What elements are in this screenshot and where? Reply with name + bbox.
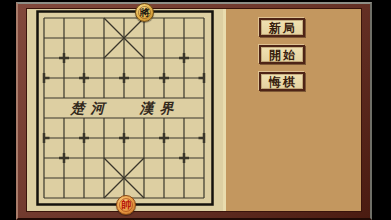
black-general-glyph: 將	[140, 8, 150, 18]
letterbox-left	[0, 0, 16, 220]
red-general-piece[interactable]: 帥	[116, 195, 136, 215]
river-inscription: 楚 河 漢 界	[70, 101, 175, 116]
board-grid: 楚 河 漢 界	[36, 10, 214, 206]
start-button[interactable]: 開始	[259, 45, 305, 64]
river-char-he: 河	[90, 101, 108, 116]
xiangqi-board[interactable]: 楚 河 漢 界	[36, 10, 214, 206]
grid-lines	[44, 18, 204, 198]
game-window: 楚 河 漢 界 新局 開始 悔棋	[16, 2, 372, 220]
control-panel	[223, 9, 361, 211]
black-general-piece[interactable]: 將	[135, 3, 154, 22]
letterbox-right	[372, 0, 391, 220]
window-content: 楚 河 漢 界 新局 開始 悔棋	[27, 9, 361, 211]
river-char-chu: 楚	[70, 101, 88, 116]
river-char-jie: 界	[160, 101, 175, 116]
new-game-button[interactable]: 新局	[259, 18, 305, 37]
undo-button[interactable]: 悔棋	[259, 72, 305, 91]
red-general-glyph: 帥	[121, 200, 131, 210]
river-char-han: 漢	[139, 101, 157, 116]
screen: { "game": "xiangqi", "position": { "fen"…	[0, 0, 391, 220]
